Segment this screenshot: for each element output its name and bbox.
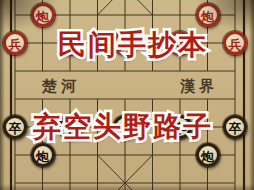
piece-red-cannon[interactable]: 炮 [31,3,55,27]
piece-red-soldier[interactable]: 兵 [3,31,27,55]
piece-glyph: 炮 [201,9,214,22]
piece-glyph: 炮 [36,149,49,162]
piece-glyph: 兵 [229,37,242,50]
piece-glyph: 炮 [36,9,49,22]
piece-black-soldier[interactable]: 卒 [3,115,27,139]
bottom-banner-text: 弃空头野路子 [33,113,213,141]
top-banner-text: 民间手抄本 [58,31,208,59]
piece-red-cannon[interactable]: 炮 [196,3,220,27]
piece-glyph: 兵 [9,37,22,50]
piece-glyph: 卒 [229,121,242,134]
piece-black-cannon[interactable]: 炮 [196,143,220,167]
top-banner: 民间手抄本 民间手抄本 [58,31,208,59]
piece-red-soldier[interactable]: 兵 [223,31,247,55]
piece-glyph: 卒 [9,121,22,134]
piece-black-soldier[interactable]: 卒 [223,115,247,139]
bottom-banner: 弃空头野路子 弃空头野路子 [33,113,213,141]
xiangqi-board: 楚河 漢界 炮炮兵兵兵兵兵卒卒卒卒炮炮卒 民间手抄本 民间手抄本 弃空头野路子 … [0,0,254,190]
piece-glyph: 炮 [201,149,214,162]
piece-black-cannon[interactable]: 炮 [31,143,55,167]
